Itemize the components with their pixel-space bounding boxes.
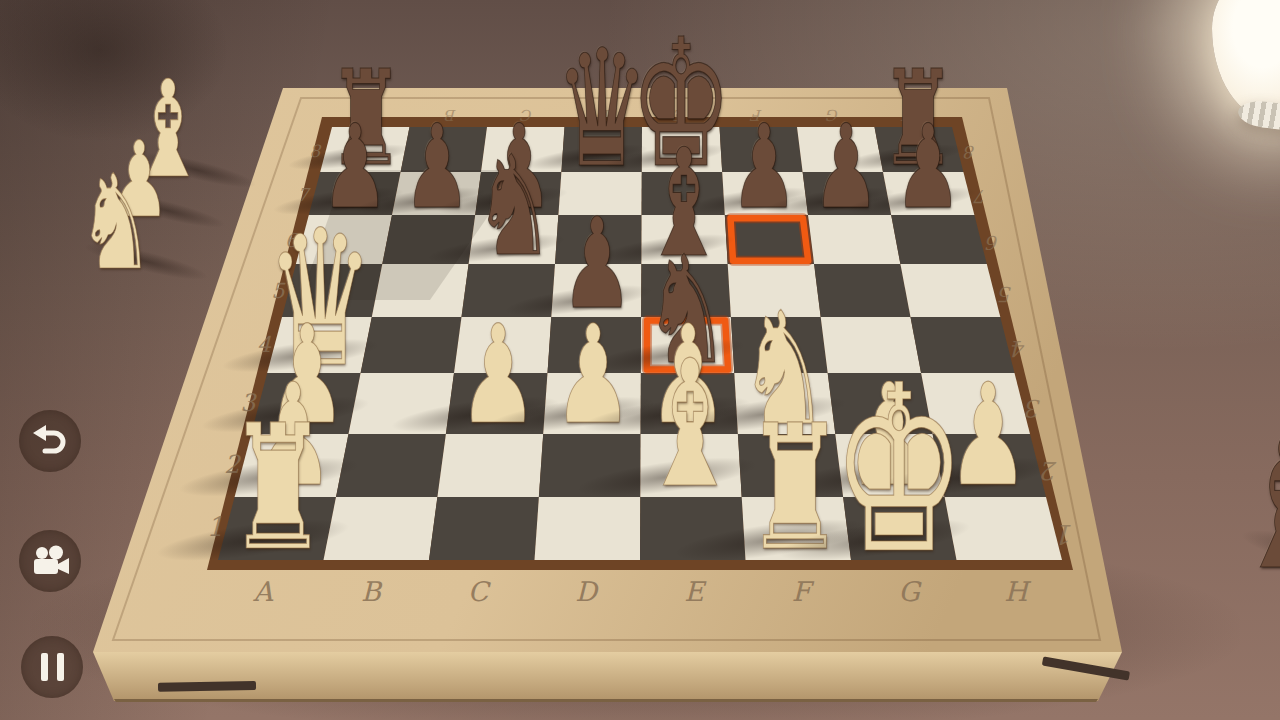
file-label-bottom-H: H bbox=[1004, 576, 1031, 607]
rank-label-right-5: 5 bbox=[998, 282, 1013, 306]
piece-white-rook[interactable]: ♜ bbox=[745, 402, 846, 575]
piece-white-rook[interactable]: ♜ bbox=[228, 402, 329, 575]
square-b1[interactable] bbox=[324, 497, 438, 560]
frame-inlay-left bbox=[158, 681, 256, 692]
piece-white-king[interactable]: ♚ bbox=[832, 355, 967, 586]
file-label-bottom-C: C bbox=[468, 576, 492, 607]
board-frame-front bbox=[93, 652, 1122, 701]
file-label-bottom-D: D bbox=[575, 576, 599, 607]
piece-black-pawn[interactable]: ♟ bbox=[812, 109, 880, 225]
piece-black-bishop-captured: ♝ bbox=[1235, 413, 1280, 595]
rank-label-left-8: 8 bbox=[310, 141, 322, 161]
undo-arrow-icon bbox=[31, 424, 69, 458]
rank-label-left-1: 1 bbox=[206, 511, 223, 542]
rank-label-right-2: 2 bbox=[1040, 456, 1058, 485]
rank-label-right-6: 6 bbox=[985, 232, 999, 254]
piece-black-pawn[interactable]: ♟ bbox=[403, 109, 471, 225]
file-label-bottom-B: B bbox=[361, 576, 383, 607]
pause-button[interactable] bbox=[21, 636, 83, 698]
piece-white-pawn[interactable]: ♟ bbox=[458, 307, 537, 443]
game-scene: AABBCCDDEEFFGGHH1122334455667788 ♜♛♚♜♝♟♟… bbox=[0, 0, 1280, 720]
undo-button[interactable] bbox=[19, 410, 81, 472]
square-h5[interactable] bbox=[900, 264, 1000, 317]
square-b4[interactable] bbox=[361, 317, 462, 373]
camera-button[interactable] bbox=[19, 530, 81, 592]
piece-white-knight-captured: ♞ bbox=[78, 157, 154, 288]
file-label-bottom-E: E bbox=[684, 576, 707, 607]
pause-icon bbox=[41, 653, 64, 681]
video-camera-icon bbox=[30, 545, 70, 577]
rank-label-right-8: 8 bbox=[963, 142, 975, 162]
rank-label-right-1: 1 bbox=[1057, 519, 1074, 550]
piece-black-knight[interactable]: ♞ bbox=[474, 138, 554, 276]
piece-black-pawn[interactable]: ♟ bbox=[894, 109, 962, 225]
piece-white-pawn[interactable]: ♟ bbox=[553, 307, 632, 443]
square-b2[interactable] bbox=[336, 434, 446, 497]
square-c1[interactable] bbox=[429, 497, 539, 560]
square-d1[interactable] bbox=[535, 497, 641, 560]
frame-bottom-edge bbox=[114, 699, 1098, 702]
piece-black-pawn[interactable]: ♟ bbox=[730, 109, 798, 225]
piece-white-bishop[interactable]: ♝ bbox=[639, 337, 741, 512]
